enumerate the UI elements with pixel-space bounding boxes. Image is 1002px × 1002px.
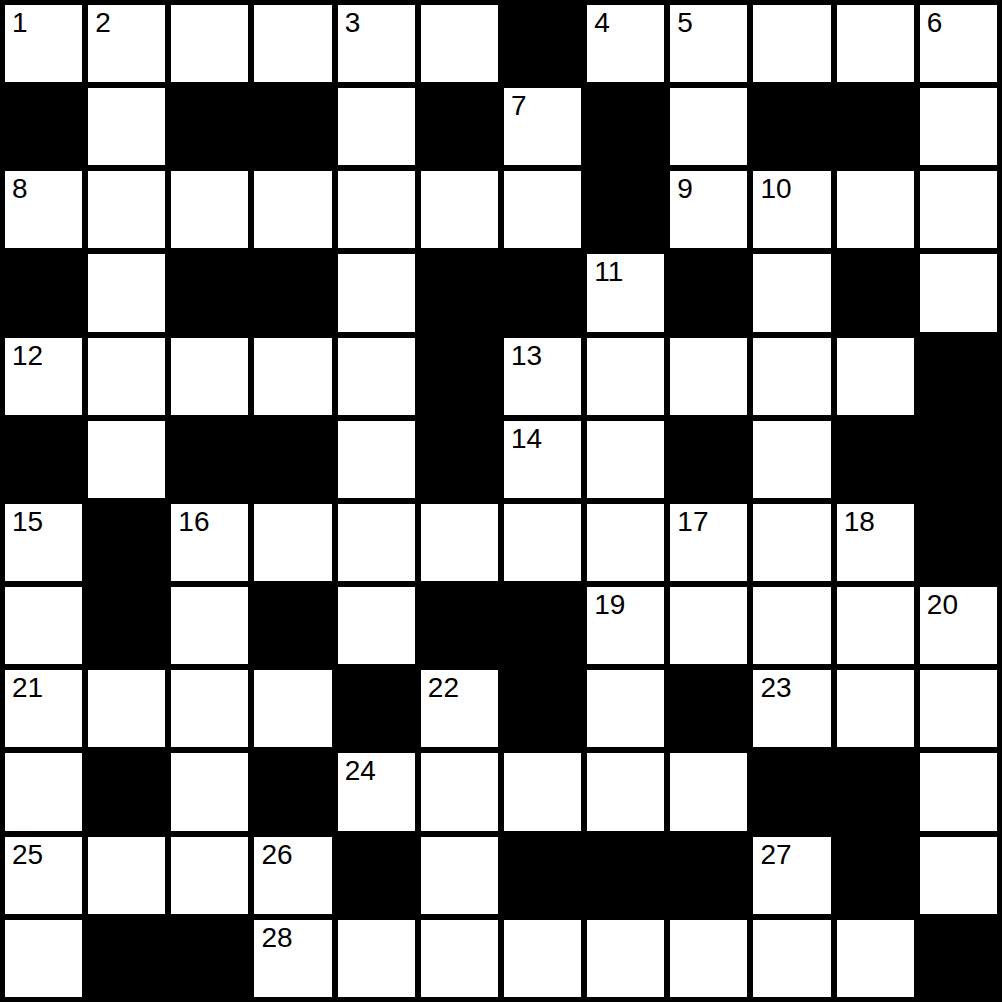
white-cell[interactable] bbox=[670, 88, 747, 165]
clue-number: 24 bbox=[345, 756, 376, 787]
black-cell bbox=[88, 753, 165, 830]
white-cell[interactable] bbox=[753, 920, 830, 997]
white-cell[interactable] bbox=[338, 421, 415, 498]
white-cell[interactable]: 22 bbox=[421, 670, 498, 747]
black-cell bbox=[5, 254, 82, 331]
white-cell[interactable] bbox=[837, 587, 914, 664]
clue-number: 27 bbox=[760, 840, 791, 871]
white-cell[interactable] bbox=[254, 5, 331, 82]
white-cell[interactable] bbox=[837, 171, 914, 248]
black-cell bbox=[920, 504, 997, 581]
black-cell bbox=[171, 920, 248, 997]
white-cell[interactable]: 20 bbox=[920, 587, 997, 664]
clue-number: 14 bbox=[511, 424, 542, 455]
white-cell[interactable] bbox=[88, 670, 165, 747]
black-cell bbox=[88, 587, 165, 664]
white-cell[interactable] bbox=[254, 338, 331, 415]
white-cell[interactable] bbox=[171, 753, 248, 830]
white-cell[interactable] bbox=[753, 504, 830, 581]
clue-number: 15 bbox=[12, 507, 43, 538]
black-cell bbox=[920, 920, 997, 997]
black-cell bbox=[587, 171, 664, 248]
white-cell[interactable] bbox=[670, 338, 747, 415]
clue-number: 6 bbox=[927, 8, 943, 39]
white-cell[interactable] bbox=[753, 5, 830, 82]
black-cell bbox=[504, 587, 581, 664]
white-cell[interactable] bbox=[670, 587, 747, 664]
black-cell bbox=[837, 254, 914, 331]
black-cell bbox=[254, 753, 331, 830]
white-cell[interactable] bbox=[171, 670, 248, 747]
white-cell[interactable] bbox=[338, 254, 415, 331]
white-cell[interactable] bbox=[171, 171, 248, 248]
white-cell[interactable]: 4 bbox=[587, 5, 664, 82]
white-cell[interactable] bbox=[753, 421, 830, 498]
white-cell[interactable]: 15 bbox=[5, 504, 82, 581]
clue-number: 7 bbox=[511, 91, 527, 122]
white-cell[interactable]: 11 bbox=[587, 254, 664, 331]
white-cell[interactable] bbox=[837, 670, 914, 747]
white-cell[interactable] bbox=[837, 338, 914, 415]
white-cell[interactable] bbox=[920, 837, 997, 914]
clue-number: 17 bbox=[677, 507, 708, 538]
white-cell[interactable] bbox=[171, 5, 248, 82]
white-cell[interactable] bbox=[587, 920, 664, 997]
white-cell[interactable] bbox=[171, 837, 248, 914]
white-cell[interactable] bbox=[5, 587, 82, 664]
black-cell bbox=[504, 254, 581, 331]
black-cell bbox=[753, 88, 830, 165]
white-cell[interactable] bbox=[753, 254, 830, 331]
black-cell bbox=[5, 421, 82, 498]
white-cell[interactable] bbox=[504, 171, 581, 248]
clue-number: 21 bbox=[12, 673, 43, 704]
black-cell bbox=[88, 920, 165, 997]
clue-number: 8 bbox=[12, 174, 28, 205]
black-cell bbox=[338, 837, 415, 914]
white-cell[interactable]: 2 bbox=[88, 5, 165, 82]
black-cell bbox=[254, 88, 331, 165]
white-cell[interactable] bbox=[504, 504, 581, 581]
white-cell[interactable] bbox=[254, 670, 331, 747]
white-cell[interactable] bbox=[421, 171, 498, 248]
black-cell bbox=[338, 670, 415, 747]
white-cell[interactable] bbox=[920, 753, 997, 830]
black-cell bbox=[171, 88, 248, 165]
white-cell[interactable]: 25 bbox=[5, 837, 82, 914]
crossword-board: 1234567891011121314151617181920212223242… bbox=[0, 0, 1002, 1002]
white-cell[interactable] bbox=[171, 587, 248, 664]
white-cell[interactable]: 8 bbox=[5, 171, 82, 248]
white-cell[interactable]: 1 bbox=[5, 5, 82, 82]
white-cell[interactable] bbox=[88, 171, 165, 248]
white-cell[interactable] bbox=[88, 254, 165, 331]
white-cell[interactable] bbox=[920, 88, 997, 165]
black-cell bbox=[88, 504, 165, 581]
white-cell[interactable]: 3 bbox=[338, 5, 415, 82]
white-cell[interactable] bbox=[504, 920, 581, 997]
white-cell[interactable] bbox=[837, 5, 914, 82]
white-cell[interactable]: 19 bbox=[587, 587, 664, 664]
black-cell bbox=[254, 587, 331, 664]
white-cell[interactable]: 26 bbox=[254, 837, 331, 914]
white-cell[interactable] bbox=[920, 171, 997, 248]
white-cell[interactable] bbox=[5, 920, 82, 997]
clue-number: 2 bbox=[95, 8, 111, 39]
black-cell bbox=[171, 421, 248, 498]
white-cell[interactable]: 18 bbox=[837, 504, 914, 581]
white-cell[interactable] bbox=[88, 88, 165, 165]
white-cell[interactable] bbox=[587, 670, 664, 747]
white-cell[interactable] bbox=[254, 504, 331, 581]
white-cell[interactable]: 28 bbox=[254, 920, 331, 997]
clue-number: 23 bbox=[760, 673, 791, 704]
white-cell[interactable] bbox=[171, 338, 248, 415]
black-cell bbox=[920, 421, 997, 498]
black-cell bbox=[421, 421, 498, 498]
black-cell bbox=[504, 670, 581, 747]
white-cell[interactable] bbox=[338, 504, 415, 581]
clue-number: 25 bbox=[12, 840, 43, 871]
white-cell[interactable] bbox=[421, 504, 498, 581]
white-cell[interactable] bbox=[88, 421, 165, 498]
white-cell[interactable]: 10 bbox=[753, 171, 830, 248]
black-cell bbox=[5, 88, 82, 165]
white-cell[interactable] bbox=[920, 670, 997, 747]
white-cell[interactable] bbox=[338, 920, 415, 997]
clue-number: 1 bbox=[12, 8, 28, 39]
white-cell[interactable] bbox=[5, 753, 82, 830]
black-cell bbox=[670, 254, 747, 331]
clue-number: 16 bbox=[178, 507, 209, 538]
black-cell bbox=[504, 5, 581, 82]
black-cell bbox=[753, 753, 830, 830]
white-cell[interactable] bbox=[254, 171, 331, 248]
clue-number: 4 bbox=[594, 8, 610, 39]
black-cell bbox=[837, 753, 914, 830]
black-cell bbox=[421, 88, 498, 165]
white-cell[interactable]: 5 bbox=[670, 5, 747, 82]
black-cell bbox=[670, 421, 747, 498]
black-cell bbox=[254, 254, 331, 331]
white-cell[interactable] bbox=[338, 171, 415, 248]
black-cell bbox=[920, 338, 997, 415]
white-cell[interactable]: 9 bbox=[670, 171, 747, 248]
white-cell[interactable] bbox=[587, 753, 664, 830]
clue-number: 26 bbox=[261, 840, 292, 871]
black-cell bbox=[587, 837, 664, 914]
white-cell[interactable]: 17 bbox=[670, 504, 747, 581]
white-cell[interactable]: 24 bbox=[338, 753, 415, 830]
clue-number: 9 bbox=[677, 174, 693, 205]
black-cell bbox=[670, 837, 747, 914]
white-cell[interactable]: 6 bbox=[920, 5, 997, 82]
white-cell[interactable]: 27 bbox=[753, 837, 830, 914]
black-cell bbox=[587, 88, 664, 165]
white-cell[interactable] bbox=[837, 920, 914, 997]
white-cell[interactable] bbox=[504, 753, 581, 830]
white-cell[interactable] bbox=[338, 338, 415, 415]
white-cell[interactable] bbox=[338, 88, 415, 165]
clue-number: 10 bbox=[760, 174, 791, 205]
white-cell[interactable]: 23 bbox=[753, 670, 830, 747]
white-cell[interactable]: 12 bbox=[5, 338, 82, 415]
clue-number: 3 bbox=[345, 8, 361, 39]
white-cell[interactable] bbox=[587, 504, 664, 581]
black-cell bbox=[421, 254, 498, 331]
white-cell[interactable] bbox=[421, 5, 498, 82]
clue-number: 28 bbox=[261, 923, 292, 954]
white-cell[interactable] bbox=[670, 753, 747, 830]
white-cell[interactable] bbox=[587, 338, 664, 415]
clue-number: 5 bbox=[677, 8, 693, 39]
black-cell bbox=[837, 88, 914, 165]
clue-number: 13 bbox=[511, 341, 542, 372]
black-cell bbox=[837, 837, 914, 914]
black-cell bbox=[171, 254, 248, 331]
white-cell[interactable]: 7 bbox=[504, 88, 581, 165]
black-cell bbox=[837, 421, 914, 498]
clue-number: 11 bbox=[594, 257, 623, 288]
white-cell[interactable] bbox=[587, 421, 664, 498]
white-cell[interactable] bbox=[421, 753, 498, 830]
black-cell bbox=[504, 837, 581, 914]
black-cell bbox=[421, 587, 498, 664]
white-cell[interactable]: 16 bbox=[171, 504, 248, 581]
white-cell[interactable] bbox=[421, 837, 498, 914]
clue-number: 20 bbox=[927, 590, 958, 621]
clue-number: 19 bbox=[594, 590, 625, 621]
black-cell bbox=[421, 338, 498, 415]
white-cell[interactable] bbox=[920, 254, 997, 331]
white-cell[interactable] bbox=[753, 338, 830, 415]
white-cell[interactable] bbox=[753, 587, 830, 664]
white-cell[interactable]: 21 bbox=[5, 670, 82, 747]
clue-number: 12 bbox=[12, 341, 43, 372]
white-cell[interactable] bbox=[338, 587, 415, 664]
white-cell[interactable] bbox=[88, 837, 165, 914]
white-cell[interactable] bbox=[88, 338, 165, 415]
black-cell bbox=[254, 421, 331, 498]
white-cell[interactable]: 13 bbox=[504, 338, 581, 415]
white-cell[interactable] bbox=[421, 920, 498, 997]
black-cell bbox=[670, 670, 747, 747]
clue-number: 18 bbox=[844, 507, 875, 538]
white-cell[interactable] bbox=[670, 920, 747, 997]
white-cell[interactable]: 14 bbox=[504, 421, 581, 498]
clue-number: 22 bbox=[428, 673, 459, 704]
